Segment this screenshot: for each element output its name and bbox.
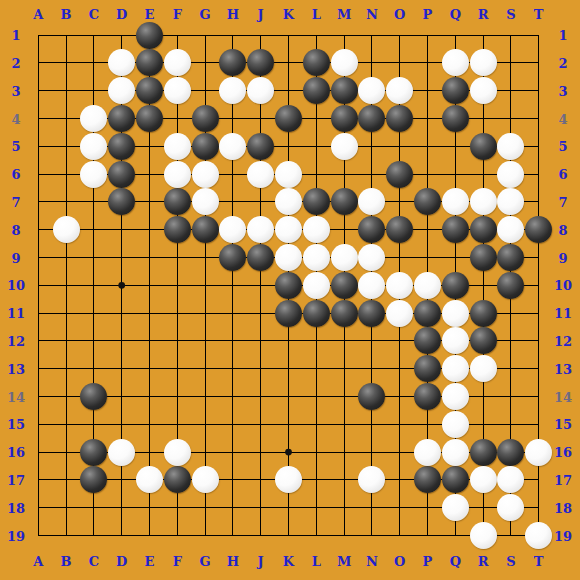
stone-black-P7[interactable]: ● [414, 188, 441, 215]
stone-white-B8[interactable]: ● [53, 216, 80, 243]
col-label-top-B: B [61, 7, 72, 22]
stone-white-M5[interactable]: ● [331, 133, 358, 160]
row-label-right-3: 3 [558, 83, 567, 98]
col-label-bottom-A: A [33, 553, 43, 568]
row-label-left-17: 17 [7, 472, 25, 487]
row-label-left-11: 11 [7, 306, 25, 321]
stone-white-Q16[interactable]: ● [442, 439, 469, 466]
stone-black-J5[interactable]: ● [247, 133, 274, 160]
row-label-left-8: 8 [11, 222, 20, 237]
stone-white-D3[interactable]: ● [108, 77, 135, 104]
col-label-top-F: F [173, 7, 182, 22]
stone-black-M10[interactable]: ● [331, 272, 358, 299]
stone-white-N3[interactable]: ● [358, 77, 385, 104]
stone-black-G4[interactable]: ● [192, 105, 219, 132]
stone-white-H8[interactable]: ● [219, 216, 246, 243]
stone-white-H5[interactable]: ● [219, 133, 246, 160]
stone-white-Q14[interactable]: ● [442, 383, 469, 410]
stone-black-M11[interactable]: ● [331, 300, 358, 327]
row-label-right-2: 2 [558, 55, 567, 70]
stone-black-L3[interactable]: ● [303, 77, 330, 104]
stone-black-O8[interactable]: ● [386, 216, 413, 243]
stone-white-S18[interactable]: ● [497, 494, 524, 521]
row-label-right-4: 4 [558, 111, 567, 126]
stone-black-P14[interactable]: ● [414, 383, 441, 410]
stone-black-M7[interactable]: ● [331, 188, 358, 215]
stone-black-O4[interactable]: ● [386, 105, 413, 132]
row-label-right-11: 11 [554, 306, 572, 321]
row-label-left-6: 6 [11, 167, 20, 182]
stone-white-C5[interactable]: ● [80, 133, 107, 160]
stone-white-K9[interactable]: ● [275, 244, 302, 271]
stone-black-S10[interactable]: ● [497, 272, 524, 299]
row-label-right-5: 5 [558, 139, 567, 154]
stone-white-R13[interactable]: ● [470, 355, 497, 382]
stone-white-N9[interactable]: ● [358, 244, 385, 271]
row-label-left-15: 15 [7, 417, 25, 432]
row-label-left-4: 4 [11, 111, 20, 126]
row-label-right-18: 18 [554, 500, 572, 515]
stone-black-D5[interactable]: ● [108, 133, 135, 160]
col-label-bottom-H: H [227, 553, 239, 568]
stone-black-N11[interactable]: ● [358, 300, 385, 327]
col-label-top-M: M [337, 7, 351, 22]
col-label-bottom-M: M [337, 553, 351, 568]
stone-black-H9[interactable]: ● [219, 244, 246, 271]
stone-white-M2[interactable]: ● [331, 49, 358, 76]
col-label-bottom-B: B [61, 553, 72, 568]
col-label-bottom-S: S [506, 553, 515, 568]
stone-white-N7[interactable]: ● [358, 188, 385, 215]
stone-white-J6[interactable]: ● [247, 161, 274, 188]
stone-white-P16[interactable]: ● [414, 439, 441, 466]
col-label-top-A: A [33, 7, 43, 22]
row-label-left-1: 1 [11, 28, 20, 43]
stone-black-F17[interactable]: ● [164, 466, 191, 493]
stone-black-Q4[interactable]: ● [442, 105, 469, 132]
stone-black-M4[interactable]: ● [331, 105, 358, 132]
row-label-right-1: 1 [558, 28, 567, 43]
stone-white-Q15[interactable]: ● [442, 411, 469, 438]
stone-white-T19[interactable]: ● [525, 522, 552, 549]
row-label-left-12: 12 [7, 333, 25, 348]
row-label-right-15: 15 [554, 417, 572, 432]
col-label-bottom-D: D [116, 553, 127, 568]
stone-white-S8[interactable]: ● [497, 216, 524, 243]
stone-black-J9[interactable]: ● [247, 244, 274, 271]
row-label-right-6: 6 [558, 167, 567, 182]
stone-black-G8[interactable]: ● [192, 216, 219, 243]
stone-white-R19[interactable]: ● [470, 522, 497, 549]
stone-black-S9[interactable]: ● [497, 244, 524, 271]
col-label-bottom-Q: Q [450, 553, 461, 568]
go-board[interactable]: AABBCCDDEEFFGGHHJJKKLLMMNNOOPPQQRRSSTT11… [0, 0, 580, 580]
row-label-right-13: 13 [554, 361, 572, 376]
stone-white-T16[interactable]: ● [525, 439, 552, 466]
col-label-bottom-N: N [366, 553, 378, 568]
stone-white-J3[interactable]: ● [247, 77, 274, 104]
col-label-bottom-T: T [534, 553, 544, 568]
stone-white-M9[interactable]: ● [331, 244, 358, 271]
stone-white-F6[interactable]: ● [164, 161, 191, 188]
stone-white-Q2[interactable]: ● [442, 49, 469, 76]
stone-black-N4[interactable]: ● [358, 105, 385, 132]
stone-white-O11[interactable]: ● [386, 300, 413, 327]
row-label-left-16: 16 [7, 445, 25, 460]
stone-black-P17[interactable]: ● [414, 466, 441, 493]
row-label-left-9: 9 [11, 250, 20, 265]
stone-black-Q10[interactable]: ● [442, 272, 469, 299]
col-label-top-O: O [394, 7, 405, 22]
col-label-bottom-P: P [423, 553, 433, 568]
col-label-bottom-R: R [478, 553, 489, 568]
stone-white-R7[interactable]: ● [470, 188, 497, 215]
row-label-right-12: 12 [554, 333, 572, 348]
stone-white-R17[interactable]: ● [470, 466, 497, 493]
stone-white-S5[interactable]: ● [497, 133, 524, 160]
stone-black-E4[interactable]: ● [136, 105, 163, 132]
col-label-top-R: R [478, 7, 489, 22]
col-label-bottom-J: J [258, 553, 264, 568]
stone-white-O10[interactable]: ● [386, 272, 413, 299]
star-point-K16 [285, 449, 292, 456]
row-label-right-8: 8 [558, 222, 567, 237]
stone-black-N14[interactable]: ● [358, 383, 385, 410]
star-point-D10 [118, 282, 125, 289]
stone-white-J8[interactable]: ● [247, 216, 274, 243]
col-label-bottom-F: F [173, 553, 182, 568]
stone-white-C4[interactable]: ● [80, 105, 107, 132]
col-label-top-L: L [312, 7, 321, 22]
stone-white-Q7[interactable]: ● [442, 188, 469, 215]
row-label-left-13: 13 [7, 361, 25, 376]
stone-white-F5[interactable]: ● [164, 133, 191, 160]
row-label-right-16: 16 [554, 445, 572, 460]
stone-black-K4[interactable]: ● [275, 105, 302, 132]
col-label-bottom-K: K [283, 553, 294, 568]
stone-black-L11[interactable]: ● [303, 300, 330, 327]
stone-black-F8[interactable]: ● [164, 216, 191, 243]
stone-white-H3[interactable]: ● [219, 77, 246, 104]
stone-white-N10[interactable]: ● [358, 272, 385, 299]
stone-white-G17[interactable]: ● [192, 466, 219, 493]
stone-black-Q8[interactable]: ● [442, 216, 469, 243]
stone-white-E17[interactable]: ● [136, 466, 163, 493]
row-label-right-19: 19 [554, 528, 572, 543]
stone-white-D16[interactable]: ● [108, 439, 135, 466]
col-label-top-P: P [423, 7, 433, 22]
stone-white-F16[interactable]: ● [164, 439, 191, 466]
stone-white-Q18[interactable]: ● [442, 494, 469, 521]
col-label-top-G: G [200, 7, 211, 22]
stone-white-N17[interactable]: ● [358, 466, 385, 493]
row-label-left-19: 19 [7, 528, 25, 543]
row-label-left-3: 3 [11, 83, 20, 98]
stone-white-G7[interactable]: ● [192, 188, 219, 215]
stone-black-D4[interactable]: ● [108, 105, 135, 132]
stone-white-O3[interactable]: ● [386, 77, 413, 104]
row-label-left-10: 10 [7, 278, 25, 293]
stone-black-T8[interactable]: ● [525, 216, 552, 243]
stone-white-L9[interactable]: ● [303, 244, 330, 271]
row-label-left-7: 7 [11, 194, 20, 209]
stone-black-R5[interactable]: ● [470, 133, 497, 160]
stone-black-K11[interactable]: ● [275, 300, 302, 327]
col-label-top-H: H [227, 7, 239, 22]
row-label-left-5: 5 [11, 139, 20, 154]
col-label-bottom-E: E [145, 553, 155, 568]
row-label-left-18: 18 [7, 500, 25, 515]
col-label-top-Q: Q [450, 7, 461, 22]
row-label-right-17: 17 [554, 472, 572, 487]
row-label-right-9: 9 [558, 250, 567, 265]
row-label-left-14: 14 [7, 389, 25, 404]
stone-white-P10[interactable]: ● [414, 272, 441, 299]
stone-black-C14[interactable]: ● [80, 383, 107, 410]
col-label-top-N: N [366, 7, 378, 22]
row-label-left-2: 2 [11, 55, 20, 70]
stone-white-F3[interactable]: ● [164, 77, 191, 104]
col-label-bottom-C: C [89, 553, 99, 568]
col-label-top-C: C [89, 7, 99, 22]
stone-white-C6[interactable]: ● [80, 161, 107, 188]
col-label-bottom-L: L [312, 553, 321, 568]
col-label-top-S: S [506, 7, 515, 22]
stone-black-G5[interactable]: ● [192, 133, 219, 160]
stone-black-O6[interactable]: ● [386, 161, 413, 188]
stone-black-D7[interactable]: ● [108, 188, 135, 215]
stone-black-R9[interactable]: ● [470, 244, 497, 271]
col-label-bottom-O: O [394, 553, 405, 568]
col-label-top-J: J [258, 7, 264, 22]
col-label-top-D: D [116, 7, 127, 22]
row-label-right-14: 14 [554, 389, 572, 404]
col-label-bottom-G: G [200, 553, 211, 568]
stone-white-K17[interactable]: ● [275, 466, 302, 493]
row-label-right-7: 7 [558, 194, 567, 209]
stone-black-C17[interactable]: ● [80, 466, 107, 493]
stone-white-L10[interactable]: ● [303, 272, 330, 299]
col-label-top-T: T [534, 7, 544, 22]
stone-black-K10[interactable]: ● [275, 272, 302, 299]
col-label-top-K: K [283, 7, 294, 22]
row-label-right-10: 10 [554, 278, 572, 293]
stone-white-R3[interactable]: ● [470, 77, 497, 104]
